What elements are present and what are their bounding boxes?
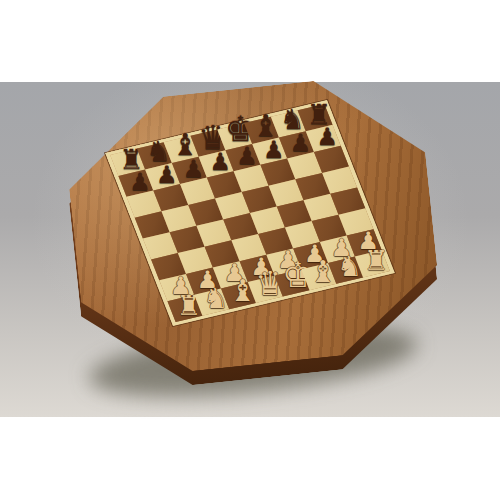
photo-frame: ♜♞♝♛♚♝♞♜♟♟♟♟♟♟♟♟♟♟♟♟♟♟♟♟♜♞♝♛♚♝♞♜ [0, 0, 500, 500]
photo-background: ♜♞♝♛♚♝♞♜♟♟♟♟♟♟♟♟♟♟♟♟♟♟♟♟♜♞♝♛♚♝♞♜ [0, 82, 500, 417]
black-pawn-h7: ♟ [313, 125, 341, 149]
white-rook-h1: ♜ [362, 247, 390, 274]
